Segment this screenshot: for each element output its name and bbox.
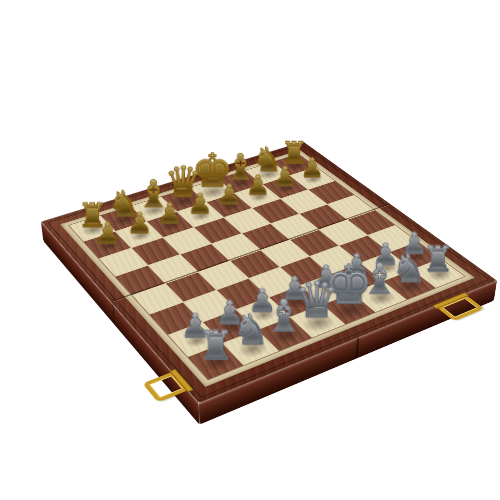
chess-set-photo: ♜♞♝♛♚♝♞♜♟♟♟♟♟♟♟♟♟♟♟♟♟♟♟♟♜♞♝♛♚♝♞♜	[0, 0, 500, 500]
shadow-b7	[127, 229, 154, 243]
rook-glyph: ♜	[198, 326, 233, 365]
shadow-h7	[301, 173, 326, 185]
scene: ♜♞♝♛♚♝♞♜♟♟♟♟♟♟♟♟♟♟♟♟♟♟♟♟♜♞♝♛♚♝♞♜	[0, 0, 500, 500]
shadow-c7	[158, 219, 185, 233]
knight-glyph: ♞	[232, 309, 270, 351]
bishop-glyph: ♝	[265, 294, 304, 337]
shadow-h8	[281, 159, 310, 173]
shadow-g8	[253, 167, 285, 182]
chess-board: ♜♞♝♛♚♝♞♜♟♟♟♟♟♟♟♟♟♟♟♟♟♟♟♟♜♞♝♛♚♝♞♜	[41, 141, 497, 403]
shadow-a8	[78, 222, 110, 239]
shadow-e7	[217, 200, 243, 213]
shadow-b8	[108, 211, 142, 228]
shadow-c8	[138, 202, 171, 219]
shadow-f8	[225, 175, 257, 191]
shadow-d7	[188, 209, 215, 223]
side-seam-front	[356, 337, 359, 359]
shadow-f7	[246, 191, 272, 204]
shadow-g7	[274, 182, 300, 194]
rook-glyph: ♜	[422, 241, 453, 276]
